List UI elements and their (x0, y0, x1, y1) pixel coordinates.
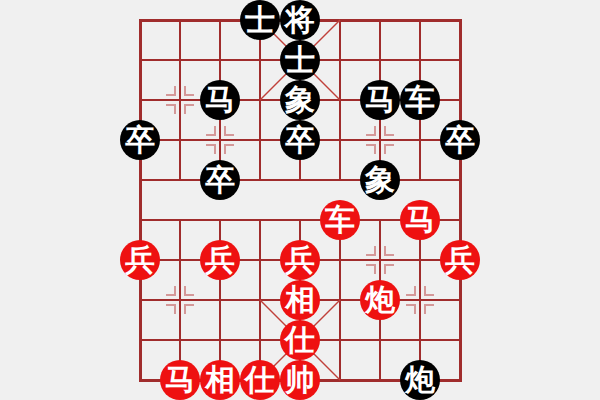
black-elephant-piece[interactable]: 象 (280, 80, 320, 120)
black-advisor-piece[interactable]: 士 (240, 0, 280, 40)
red-soldier-piece[interactable]: 兵 (120, 240, 160, 280)
red-soldier-piece[interactable]: 兵 (200, 240, 240, 280)
red-advisor-piece[interactable]: 仕 (240, 360, 280, 400)
black-general-piece[interactable]: 将 (280, 0, 320, 40)
black-soldier-piece[interactable]: 卒 (200, 160, 240, 200)
black-elephant-piece[interactable]: 象 (360, 160, 400, 200)
red-elephant-piece[interactable]: 相 (280, 280, 320, 320)
red-cannon-piece[interactable]: 炮 (360, 280, 400, 320)
pieces-layer: 士将士马象马车卒卒卒卒象车马兵兵兵兵相炮仕马相仕帅炮 (0, 0, 600, 400)
red-general-piece[interactable]: 帅 (280, 360, 320, 400)
black-cannon-piece[interactable]: 炮 (400, 360, 440, 400)
red-horse-piece[interactable]: 马 (160, 360, 200, 400)
red-soldier-piece[interactable]: 兵 (280, 240, 320, 280)
black-chariot-piece[interactable]: 车 (400, 80, 440, 120)
black-soldier-piece[interactable]: 卒 (440, 120, 480, 160)
red-advisor-piece[interactable]: 仕 (280, 320, 320, 360)
black-horse-piece[interactable]: 马 (200, 80, 240, 120)
black-soldier-piece[interactable]: 卒 (280, 120, 320, 160)
red-elephant-piece[interactable]: 相 (200, 360, 240, 400)
black-soldier-piece[interactable]: 卒 (120, 120, 160, 160)
red-chariot-piece[interactable]: 车 (320, 200, 360, 240)
xiangqi-board[interactable]: 士将士马象马车卒卒卒卒象车马兵兵兵兵相炮仕马相仕帅炮 (0, 0, 600, 400)
black-advisor-piece[interactable]: 士 (280, 40, 320, 80)
red-horse-piece[interactable]: 马 (400, 200, 440, 240)
red-soldier-piece[interactable]: 兵 (440, 240, 480, 280)
black-horse-piece[interactable]: 马 (360, 80, 400, 120)
